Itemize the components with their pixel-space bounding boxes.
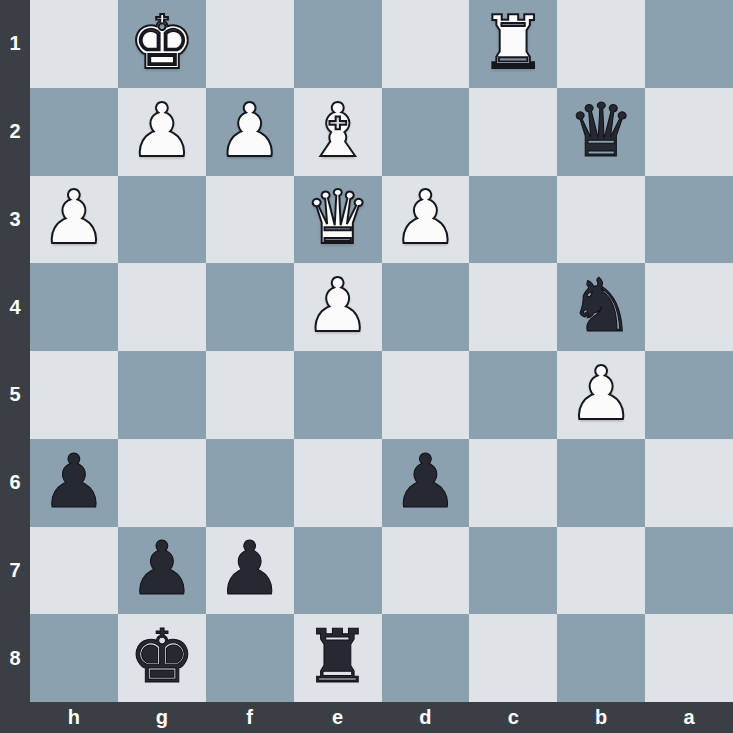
- square-d2[interactable]: [382, 88, 470, 176]
- square-e7[interactable]: [294, 527, 382, 615]
- square-b2[interactable]: ♛: [557, 88, 645, 176]
- white-pawn[interactable]: ♟: [217, 93, 283, 167]
- black-pawn[interactable]: ♟: [129, 531, 195, 605]
- square-f2[interactable]: ♟: [206, 88, 294, 176]
- square-c2[interactable]: [469, 88, 557, 176]
- square-f6[interactable]: [206, 439, 294, 527]
- black-queen[interactable]: ♛: [568, 93, 634, 167]
- square-a6[interactable]: [645, 439, 733, 527]
- square-d5[interactable]: [382, 351, 470, 439]
- square-h2[interactable]: [30, 88, 118, 176]
- rank-label-5: 5: [0, 351, 30, 439]
- square-g4[interactable]: [118, 263, 206, 351]
- file-label-a: a: [645, 702, 733, 733]
- square-h5[interactable]: [30, 351, 118, 439]
- square-g8[interactable]: ♚: [118, 614, 206, 702]
- file-label-c: c: [469, 702, 557, 733]
- white-bishop[interactable]: ♝: [304, 93, 370, 167]
- square-h6[interactable]: ♟: [30, 439, 118, 527]
- square-b3[interactable]: [557, 176, 645, 264]
- file-label-e: e: [294, 702, 382, 733]
- square-e3[interactable]: ♛: [294, 176, 382, 264]
- square-h7[interactable]: [30, 527, 118, 615]
- white-pawn[interactable]: ♟: [304, 268, 370, 342]
- square-c6[interactable]: [469, 439, 557, 527]
- board-corner: [0, 702, 30, 733]
- square-f8[interactable]: [206, 614, 294, 702]
- white-pawn[interactable]: ♟: [392, 180, 458, 254]
- square-b7[interactable]: [557, 527, 645, 615]
- square-h3[interactable]: ♟: [30, 176, 118, 264]
- square-d7[interactable]: [382, 527, 470, 615]
- black-knight[interactable]: ♞: [568, 268, 634, 342]
- white-king[interactable]: ♚: [129, 5, 195, 79]
- square-e2[interactable]: ♝: [294, 88, 382, 176]
- square-a7[interactable]: [645, 527, 733, 615]
- white-pawn[interactable]: ♟: [41, 180, 107, 254]
- square-g5[interactable]: [118, 351, 206, 439]
- square-a2[interactable]: [645, 88, 733, 176]
- file-label-g: g: [118, 702, 206, 733]
- square-f1[interactable]: [206, 0, 294, 88]
- square-g6[interactable]: [118, 439, 206, 527]
- square-b6[interactable]: [557, 439, 645, 527]
- white-pawn[interactable]: ♟: [129, 93, 195, 167]
- square-b4[interactable]: ♞: [557, 263, 645, 351]
- square-d4[interactable]: [382, 263, 470, 351]
- square-h8[interactable]: [30, 614, 118, 702]
- square-d1[interactable]: [382, 0, 470, 88]
- square-c8[interactable]: [469, 614, 557, 702]
- square-b1[interactable]: [557, 0, 645, 88]
- white-rook[interactable]: ♜: [480, 5, 546, 79]
- square-g3[interactable]: [118, 176, 206, 264]
- rank-label-8: 8: [0, 614, 30, 702]
- white-queen[interactable]: ♛: [304, 180, 370, 254]
- rank-label-3: 3: [0, 176, 30, 264]
- white-pawn[interactable]: ♟: [568, 356, 634, 430]
- file-label-b: b: [557, 702, 645, 733]
- square-e8[interactable]: ♜: [294, 614, 382, 702]
- square-g2[interactable]: ♟: [118, 88, 206, 176]
- square-e5[interactable]: [294, 351, 382, 439]
- square-f4[interactable]: [206, 263, 294, 351]
- square-c5[interactable]: [469, 351, 557, 439]
- square-f7[interactable]: ♟: [206, 527, 294, 615]
- rank-label-1: 1: [0, 0, 30, 88]
- rank-label-6: 6: [0, 439, 30, 527]
- square-h4[interactable]: [30, 263, 118, 351]
- square-a1[interactable]: [645, 0, 733, 88]
- file-label-h: h: [30, 702, 118, 733]
- square-f5[interactable]: [206, 351, 294, 439]
- square-d6[interactable]: ♟: [382, 439, 470, 527]
- chess-board: 1♚♜2♟♟♝♛3♟♛♟4♟♞5♟6♟♟7♟♟8♚♜hgfedcba: [0, 0, 733, 733]
- square-c4[interactable]: [469, 263, 557, 351]
- square-a8[interactable]: [645, 614, 733, 702]
- square-b8[interactable]: [557, 614, 645, 702]
- black-pawn[interactable]: ♟: [41, 444, 107, 518]
- square-a4[interactable]: [645, 263, 733, 351]
- square-e1[interactable]: [294, 0, 382, 88]
- square-e6[interactable]: [294, 439, 382, 527]
- rank-label-4: 4: [0, 263, 30, 351]
- square-g7[interactable]: ♟: [118, 527, 206, 615]
- rank-label-2: 2: [0, 88, 30, 176]
- square-d8[interactable]: [382, 614, 470, 702]
- black-pawn[interactable]: ♟: [392, 444, 458, 518]
- square-f3[interactable]: [206, 176, 294, 264]
- square-d3[interactable]: ♟: [382, 176, 470, 264]
- square-a5[interactable]: [645, 351, 733, 439]
- black-pawn[interactable]: ♟: [217, 531, 283, 605]
- file-label-f: f: [206, 702, 294, 733]
- square-g1[interactable]: ♚: [118, 0, 206, 88]
- rank-label-7: 7: [0, 527, 30, 615]
- black-rook[interactable]: ♜: [304, 619, 370, 693]
- square-e4[interactable]: ♟: [294, 263, 382, 351]
- square-a3[interactable]: [645, 176, 733, 264]
- black-king[interactable]: ♚: [129, 619, 195, 693]
- square-c3[interactable]: [469, 176, 557, 264]
- square-c7[interactable]: [469, 527, 557, 615]
- file-label-d: d: [382, 702, 470, 733]
- square-c1[interactable]: ♜: [469, 0, 557, 88]
- square-h1[interactable]: [30, 0, 118, 88]
- square-b5[interactable]: ♟: [557, 351, 645, 439]
